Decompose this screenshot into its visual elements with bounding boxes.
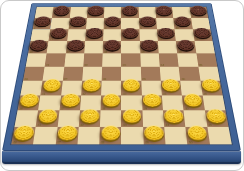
square-number: 47	[56, 141, 60, 144]
light-square	[207, 127, 232, 144]
square-22[interactable]: 22	[83, 54, 103, 67]
square-39[interactable]: 39	[142, 95, 163, 110]
square-43[interactable]: 43	[121, 111, 142, 127]
square-17[interactable]: 17	[65, 41, 85, 53]
dark-piece[interactable]	[123, 28, 139, 38]
square-27[interactable]: 27	[62, 67, 83, 81]
light-square	[64, 54, 84, 67]
dark-piece[interactable]	[156, 6, 172, 15]
square-34[interactable]: 34	[161, 81, 182, 96]
square-14[interactable]: 14	[157, 29, 176, 41]
square-9[interactable]: 9	[139, 18, 157, 29]
square-1[interactable]: 1	[52, 7, 71, 18]
yellow-piece[interactable]	[123, 109, 142, 123]
yellow-piece[interactable]	[101, 125, 120, 140]
light-square	[26, 54, 47, 67]
square-20[interactable]: 20	[176, 41, 196, 53]
square-number: 50	[188, 141, 192, 144]
square-44[interactable]: 44	[163, 111, 186, 127]
yellow-piece[interactable]	[183, 93, 203, 106]
square-2[interactable]: 2	[87, 7, 105, 18]
square-47[interactable]: 47	[55, 127, 78, 144]
square-19[interactable]: 19	[140, 41, 159, 53]
square-6[interactable]: 6	[33, 18, 52, 29]
square-37[interactable]: 37	[59, 95, 81, 110]
square-29[interactable]: 29	[141, 67, 161, 81]
square-33[interactable]: 33	[121, 81, 141, 96]
yellow-piece[interactable]	[144, 125, 164, 140]
yellow-piece[interactable]	[38, 109, 58, 123]
square-35[interactable]: 35	[200, 81, 222, 96]
yellow-piece[interactable]	[13, 125, 35, 140]
square-42[interactable]: 42	[79, 111, 101, 127]
square-28[interactable]: 28	[102, 67, 122, 81]
square-49[interactable]: 49	[143, 127, 166, 144]
yellow-piece[interactable]	[162, 79, 181, 92]
dark-piece[interactable]	[50, 28, 67, 38]
square-31[interactable]: 31	[41, 81, 63, 96]
dark-piece[interactable]	[86, 28, 102, 38]
square-4[interactable]: 4	[155, 7, 173, 18]
dark-piece[interactable]	[104, 40, 120, 51]
dark-piece[interactable]	[30, 40, 48, 51]
square-8[interactable]: 8	[104, 18, 122, 29]
dark-piece[interactable]	[70, 16, 86, 26]
dark-piece[interactable]	[140, 16, 156, 26]
square-18[interactable]: 18	[103, 41, 122, 53]
square-46[interactable]: 46	[11, 127, 36, 144]
yellow-piece[interactable]	[164, 109, 184, 123]
dark-piece[interactable]	[158, 28, 175, 38]
yellow-piece[interactable]	[201, 79, 221, 92]
draughts-board-frame: 1234567891011121314151617181920212223242…	[2, 3, 241, 151]
dark-piece[interactable]	[177, 40, 195, 51]
board-scene: 1234567891011121314151617181920212223242…	[2, 0, 241, 151]
light-square	[47, 41, 67, 53]
dark-piece[interactable]	[141, 40, 158, 51]
square-48[interactable]: 48	[99, 127, 121, 144]
board-front-edge	[2, 151, 241, 164]
square-13[interactable]: 13	[121, 29, 139, 41]
yellow-piece[interactable]	[19, 93, 39, 106]
square-38[interactable]: 38	[101, 95, 122, 110]
light-square	[121, 127, 143, 144]
square-40[interactable]: 40	[182, 95, 205, 110]
square-24[interactable]: 24	[159, 54, 179, 67]
square-number: 49	[144, 141, 148, 144]
square-21[interactable]: 21	[45, 54, 66, 67]
square-30[interactable]: 30	[179, 67, 200, 81]
square-45[interactable]: 45	[205, 111, 229, 127]
checkers-screenshot: 1234567891011121314151617181920212223242…	[0, 0, 244, 171]
square-16[interactable]: 16	[28, 41, 49, 53]
dark-piece[interactable]	[67, 40, 84, 51]
yellow-piece[interactable]	[83, 79, 101, 92]
light-square	[140, 54, 160, 67]
yellow-piece[interactable]	[123, 79, 141, 92]
light-square	[194, 41, 215, 53]
dark-piece[interactable]	[105, 16, 121, 26]
light-square	[33, 127, 57, 144]
yellow-piece[interactable]	[42, 79, 61, 92]
square-number: 46	[12, 141, 16, 144]
light-square	[77, 127, 100, 144]
square-25[interactable]: 25	[196, 54, 217, 67]
dark-piece[interactable]	[193, 28, 210, 38]
yellow-piece[interactable]	[102, 93, 120, 106]
square-41[interactable]: 41	[36, 111, 59, 127]
square-32[interactable]: 32	[81, 81, 102, 96]
square-15[interactable]: 15	[193, 29, 213, 41]
yellow-piece[interactable]	[80, 109, 99, 123]
dark-piece[interactable]	[54, 6, 70, 15]
dark-piece[interactable]	[88, 6, 104, 15]
yellow-piece[interactable]	[61, 93, 80, 106]
dark-piece[interactable]	[174, 16, 191, 26]
square-5[interactable]: 5	[189, 7, 208, 18]
light-square	[84, 41, 103, 53]
square-26[interactable]: 26	[23, 67, 45, 81]
yellow-piece[interactable]	[187, 125, 208, 140]
square-11[interactable]: 11	[49, 29, 69, 41]
yellow-piece[interactable]	[206, 109, 227, 123]
square-10[interactable]: 10	[174, 18, 193, 29]
dark-piece[interactable]	[34, 16, 51, 26]
dark-piece[interactable]	[122, 6, 137, 15]
light-square	[121, 41, 140, 53]
square-50[interactable]: 50	[186, 127, 210, 144]
square-12[interactable]: 12	[85, 29, 104, 41]
dark-piece[interactable]	[190, 6, 207, 15]
square-36[interactable]: 36	[18, 95, 41, 110]
light-square	[158, 41, 178, 53]
light-square	[164, 127, 187, 144]
light-square	[178, 54, 199, 67]
square-number: 48	[100, 141, 104, 144]
yellow-piece[interactable]	[57, 125, 77, 140]
square-7[interactable]: 7	[68, 18, 87, 29]
light-square	[102, 54, 121, 67]
yellow-piece[interactable]	[143, 93, 162, 106]
square-3[interactable]: 3	[121, 7, 138, 18]
draughts-board-grid: 1234567891011121314151617181920212223242…	[10, 7, 233, 146]
square-23[interactable]: 23	[121, 54, 140, 67]
